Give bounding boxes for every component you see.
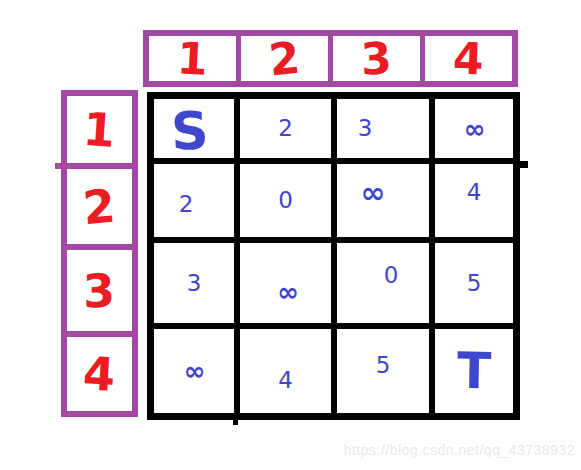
row-header-label-2: 2 xyxy=(82,182,118,231)
matrix-cell-r2c4: 4 xyxy=(435,164,513,237)
matrix-cell-r2c2: 0 xyxy=(240,164,331,237)
cell-value: 2 xyxy=(278,117,293,140)
row-header-strip: 1 2 3 4 xyxy=(61,90,138,417)
matrix-diagram: 1 2 3 4 1 2 3 4 S 2 3 ∞ 2 0 ∞ 4 3 ∞ 0 5 … xyxy=(0,0,581,470)
column-header-label-2: 2 xyxy=(267,35,302,82)
column-header-strip: 1 2 3 4 xyxy=(143,30,518,87)
row-header-cell-2: 2 xyxy=(67,169,132,244)
cell-value: 4 xyxy=(467,181,482,204)
column-header-label-1: 1 xyxy=(176,36,209,82)
matrix-cell-r4c2: 4 xyxy=(240,329,331,413)
matrix-cell-r3c3: 0 xyxy=(337,243,429,323)
matrix-grid: S 2 3 ∞ 2 0 ∞ 4 3 ∞ 0 5 ∞ 4 5 T xyxy=(147,92,520,420)
infinity-symbol: ∞ xyxy=(184,358,205,384)
column-header-label-4: 4 xyxy=(452,36,484,81)
matrix-cell-r2c1: 2 xyxy=(154,164,234,237)
cell-value: 4 xyxy=(278,369,293,392)
stray-mark-right xyxy=(520,161,528,168)
matrix-cell-r1c1-source: S xyxy=(154,99,234,158)
column-header-label-3: 3 xyxy=(360,36,393,82)
row-header-label-4: 4 xyxy=(82,350,116,398)
infinity-symbol: ∞ xyxy=(277,279,298,305)
matrix-cell-r3c4: 5 xyxy=(435,243,513,323)
cell-value: 5 xyxy=(376,354,391,377)
cell-value: 2 xyxy=(179,193,194,216)
cell-value: 3 xyxy=(187,272,202,295)
matrix-cell-r1c2: 2 xyxy=(240,99,331,158)
infinity-symbol: ∞ xyxy=(464,116,485,142)
cell-value: 5 xyxy=(467,272,482,295)
matrix-cell-r2c3-infinity: ∞ xyxy=(337,164,429,237)
matrix-cell-r1c3: 3 xyxy=(337,99,429,158)
matrix-cell-r1c4-infinity: ∞ xyxy=(435,99,513,158)
infinity-symbol: ∞ xyxy=(361,178,386,208)
row-header-label-3: 3 xyxy=(83,267,117,314)
stray-mark-left xyxy=(55,163,62,169)
cell-value: T xyxy=(457,346,492,397)
cell-value: 0 xyxy=(384,264,399,287)
matrix-cell-r3c2-infinity: ∞ xyxy=(240,243,331,323)
stray-mark-bottom xyxy=(233,419,238,425)
matrix-cell-r4c4-target: T xyxy=(435,329,513,413)
column-header-cell-4: 4 xyxy=(425,36,512,81)
matrix-cell-r4c1-infinity: ∞ xyxy=(154,329,234,413)
watermark-url: https://blog.csdn.net/qq_43738932 xyxy=(344,442,575,458)
column-header-cell-3: 3 xyxy=(333,36,420,81)
cell-value: 0 xyxy=(278,189,293,212)
row-header-cell-1: 1 xyxy=(67,96,132,163)
cell-value: 3 xyxy=(358,117,373,140)
matrix-cell-r4c3: 5 xyxy=(337,329,429,413)
row-header-cell-4: 4 xyxy=(67,337,132,411)
column-header-cell-1: 1 xyxy=(149,36,236,81)
row-header-cell-3: 3 xyxy=(67,250,132,331)
column-header-cell-2: 2 xyxy=(241,36,328,81)
matrix-cell-r3c1: 3 xyxy=(154,243,234,323)
row-header-label-1: 1 xyxy=(82,105,117,153)
cell-value: S xyxy=(170,104,209,157)
